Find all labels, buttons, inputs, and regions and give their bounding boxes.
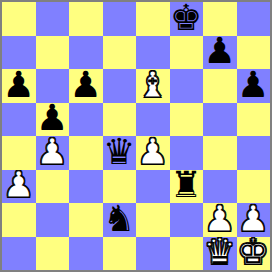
white-pawn[interactable]: ♟ (36, 136, 68, 170)
black-pawn[interactable]: ♟ (3, 69, 35, 103)
square-d6[interactable] (103, 69, 137, 103)
square-f4[interactable] (170, 136, 204, 170)
black-pawn[interactable]: ♟ (204, 36, 236, 70)
black-queen[interactable]: ♛ (103, 136, 135, 170)
white-pawn[interactable]: ♟ (237, 203, 269, 237)
square-d3[interactable] (103, 170, 137, 204)
square-h6[interactable]: ♟ (237, 69, 271, 103)
square-c5[interactable] (69, 103, 103, 137)
square-f7[interactable] (170, 36, 204, 70)
square-a6[interactable]: ♟ (2, 69, 36, 103)
square-a7[interactable] (2, 36, 36, 70)
square-c7[interactable] (69, 36, 103, 70)
square-g6[interactable] (203, 69, 237, 103)
square-g7[interactable]: ♟ (203, 36, 237, 70)
square-b2[interactable] (36, 203, 70, 237)
square-f8[interactable]: ♚ (170, 2, 204, 36)
square-a3[interactable]: ♟ (2, 170, 36, 204)
square-d4[interactable]: ♛ (103, 136, 137, 170)
black-pawn[interactable]: ♟ (36, 103, 68, 137)
square-d5[interactable] (103, 103, 137, 137)
square-a5[interactable] (2, 103, 36, 137)
square-a1[interactable] (2, 237, 36, 271)
square-h8[interactable] (237, 2, 271, 36)
square-d8[interactable] (103, 2, 137, 36)
square-f6[interactable] (170, 69, 204, 103)
square-b4[interactable]: ♟ (36, 136, 70, 170)
square-c3[interactable] (69, 170, 103, 204)
square-g8[interactable] (203, 2, 237, 36)
square-e6[interactable]: ♝ (136, 69, 170, 103)
square-c2[interactable] (69, 203, 103, 237)
square-e5[interactable] (136, 103, 170, 137)
square-h5[interactable] (237, 103, 271, 137)
black-king[interactable]: ♚ (170, 2, 202, 36)
square-h1[interactable]: ♚ (237, 237, 271, 271)
square-e8[interactable] (136, 2, 170, 36)
white-bishop[interactable]: ♝ (137, 69, 169, 103)
square-a2[interactable] (2, 203, 36, 237)
square-g1[interactable]: ♛ (203, 237, 237, 271)
white-pawn[interactable]: ♟ (3, 170, 35, 204)
black-rook[interactable]: ♜ (170, 170, 202, 204)
square-f5[interactable] (170, 103, 204, 137)
square-h4[interactable] (237, 136, 271, 170)
black-knight[interactable]: ♞ (103, 203, 135, 237)
square-b6[interactable] (36, 69, 70, 103)
square-a4[interactable] (2, 136, 36, 170)
square-b1[interactable] (36, 237, 70, 271)
square-c8[interactable] (69, 2, 103, 36)
square-d1[interactable] (103, 237, 137, 271)
square-d7[interactable] (103, 36, 137, 70)
square-e4[interactable]: ♟ (136, 136, 170, 170)
square-e3[interactable] (136, 170, 170, 204)
white-pawn[interactable]: ♟ (137, 136, 169, 170)
square-g5[interactable] (203, 103, 237, 137)
square-e7[interactable] (136, 36, 170, 70)
square-h2[interactable]: ♟ (237, 203, 271, 237)
square-e1[interactable] (136, 237, 170, 271)
white-pawn[interactable]: ♟ (204, 203, 236, 237)
square-d2[interactable]: ♞ (103, 203, 137, 237)
square-b8[interactable] (36, 2, 70, 36)
square-c1[interactable] (69, 237, 103, 271)
square-g4[interactable] (203, 136, 237, 170)
square-a8[interactable] (2, 2, 36, 36)
chess-board-frame: ♚♟♟♟♝♟♟♟♛♟♟♜♞♟♟♛♚ (0, 0, 272, 272)
square-b3[interactable] (36, 170, 70, 204)
chess-board: ♚♟♟♟♝♟♟♟♛♟♟♜♞♟♟♛♚ (2, 2, 270, 270)
black-pawn[interactable]: ♟ (237, 69, 269, 103)
square-g3[interactable] (203, 170, 237, 204)
black-pawn[interactable]: ♟ (70, 69, 102, 103)
square-g2[interactable]: ♟ (203, 203, 237, 237)
square-f1[interactable] (170, 237, 204, 271)
square-b7[interactable] (36, 36, 70, 70)
square-e2[interactable] (136, 203, 170, 237)
white-queen[interactable]: ♛ (204, 237, 236, 271)
square-f3[interactable]: ♜ (170, 170, 204, 204)
square-c4[interactable] (69, 136, 103, 170)
square-b5[interactable]: ♟ (36, 103, 70, 137)
square-h3[interactable] (237, 170, 271, 204)
white-king[interactable]: ♚ (237, 237, 269, 271)
square-f2[interactable] (170, 203, 204, 237)
square-c6[interactable]: ♟ (69, 69, 103, 103)
square-h7[interactable] (237, 36, 271, 70)
